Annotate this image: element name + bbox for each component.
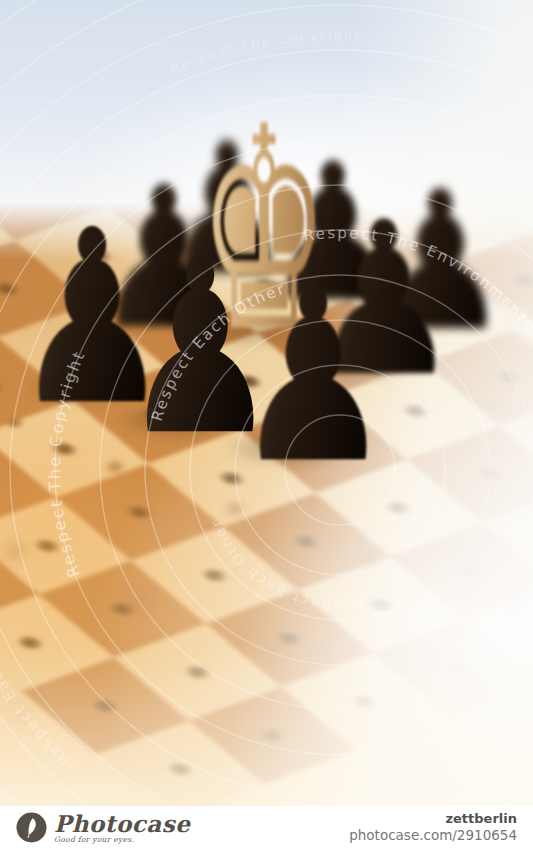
peg-hole-icon — [162, 759, 199, 780]
brand-name: Photocase — [54, 812, 190, 835]
photocase-feather-icon — [16, 812, 47, 843]
photo-credit: zettberlin photocase.com/2910654 — [349, 811, 517, 844]
peg-hole-icon — [429, 727, 457, 744]
peg-hole-icon — [288, 531, 325, 552]
photo-url[interactable]: photocase.com/2910654 — [349, 827, 517, 844]
author-name[interactable]: zettberlin — [349, 811, 517, 827]
peg-hole-icon — [358, 552, 384, 568]
peg-hole-icon — [196, 565, 233, 586]
peg-hole-icon — [12, 632, 49, 653]
piece-black-pawn-d4: ♟ — [233, 256, 392, 496]
photo-scene: ♟♟♟♟♚♟♟♟♟ Respect Each OtherRespect The … — [0, 0, 533, 849]
peg-hole-icon — [179, 662, 216, 683]
peg-hole-icon — [0, 375, 8, 396]
peg-hole-icon — [346, 691, 383, 712]
peg-hole-icon — [438, 657, 475, 678]
peg-hole-icon — [2, 543, 28, 559]
peg-hole-icon — [472, 464, 509, 485]
peg-hole-icon — [87, 695, 124, 716]
brand-tagline: Good for your eyes. — [54, 836, 190, 844]
peg-hole-icon — [254, 725, 291, 746]
photocase-logo[interactable]: Photocase Good for your eyes. — [16, 812, 190, 844]
peg-hole-icon — [29, 535, 66, 556]
footer-bar: Photocase Good for your eyes. zettberlin… — [0, 806, 533, 849]
peg-hole-icon — [363, 594, 400, 615]
peg-hole-icon — [121, 502, 158, 523]
peg-hole-icon — [505, 602, 527, 616]
peg-hole-icon — [265, 655, 291, 671]
peg-hole-icon — [506, 270, 533, 291]
peg-hole-icon — [455, 560, 492, 581]
peg-hole-icon — [271, 628, 308, 649]
peg-hole-icon — [8, 701, 38, 720]
